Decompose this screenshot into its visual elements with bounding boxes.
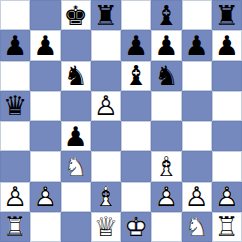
piece-glyph-solid: ♟ (30, 30, 60, 60)
piece-glyph-solid: ♚ (61, 0, 91, 30)
square-f6[interactable]: ♞ (151, 61, 181, 91)
square-c5[interactable] (61, 91, 91, 121)
square-c1[interactable] (61, 212, 91, 242)
square-h3[interactable] (212, 151, 242, 181)
piece-glyph-solid: ♛ (0, 91, 30, 121)
piece-black-knight[interactable]: ♞ (61, 61, 91, 91)
square-g6[interactable] (182, 61, 212, 91)
square-f4[interactable] (151, 121, 181, 151)
piece-glyph-outline: ♕ (91, 212, 121, 242)
square-h8[interactable]: ♜ (212, 0, 242, 30)
square-g7[interactable]: ♟ (182, 30, 212, 60)
square-b2[interactable]: ♟♙ (30, 182, 60, 212)
square-c2[interactable] (61, 182, 91, 212)
piece-glyph-solid: ♝ (151, 0, 181, 30)
piece-glyph-outline: ♗ (151, 151, 181, 181)
piece-black-pawn[interactable]: ♟ (151, 30, 181, 60)
square-h6[interactable] (212, 61, 242, 91)
piece-black-pawn[interactable]: ♟ (182, 30, 212, 60)
piece-black-queen[interactable]: ♛ (0, 91, 30, 121)
piece-glyph-solid: ♞ (151, 61, 181, 91)
square-g5[interactable] (182, 91, 212, 121)
square-d5[interactable]: ♟♙ (91, 91, 121, 121)
square-h2[interactable]: ♟♙ (212, 182, 242, 212)
square-d3[interactable] (91, 151, 121, 181)
piece-white-knight[interactable]: ♞♘ (61, 151, 91, 181)
piece-black-pawn[interactable]: ♟ (30, 30, 60, 60)
square-g2[interactable]: ♟♙ (182, 182, 212, 212)
piece-glyph-solid: ♟ (151, 30, 181, 60)
piece-glyph-outline: ♔ (121, 212, 151, 242)
square-d2[interactable]: ♝♗ (91, 182, 121, 212)
square-e8[interactable] (121, 0, 151, 30)
square-g4[interactable] (182, 121, 212, 151)
piece-black-pawn[interactable]: ♟ (121, 30, 151, 60)
square-b8[interactable] (30, 0, 60, 30)
square-e2[interactable] (121, 182, 151, 212)
square-e5[interactable] (121, 91, 151, 121)
square-h7[interactable]: ♟ (212, 30, 242, 60)
piece-white-queen[interactable]: ♛♕ (91, 212, 121, 242)
piece-white-pawn[interactable]: ♟♙ (212, 182, 242, 212)
square-a2[interactable]: ♟♙ (0, 182, 30, 212)
piece-white-rook[interactable]: ♜♖ (0, 212, 30, 242)
piece-glyph-solid: ♟ (212, 30, 242, 60)
piece-black-king[interactable]: ♚ (61, 0, 91, 30)
square-b4[interactable] (30, 121, 60, 151)
square-c3[interactable]: ♞♘ (61, 151, 91, 181)
square-b6[interactable] (30, 61, 60, 91)
piece-glyph-outline: ♙ (212, 182, 242, 212)
piece-black-bishop[interactable]: ♝ (151, 0, 181, 30)
piece-glyph-outline: ♙ (91, 91, 121, 121)
piece-white-pawn[interactable]: ♟♙ (91, 91, 121, 121)
square-a3[interactable] (0, 151, 30, 181)
square-c8[interactable]: ♚ (61, 0, 91, 30)
piece-glyph-solid: ♝ (121, 61, 151, 91)
piece-white-pawn[interactable]: ♟♙ (30, 182, 60, 212)
piece-glyph-outline: ♙ (30, 182, 60, 212)
piece-glyph-solid: ♜ (91, 0, 121, 30)
piece-glyph-outline: ♙ (151, 182, 181, 212)
piece-glyph-outline: ♙ (182, 182, 212, 212)
square-c4[interactable]: ♟ (61, 121, 91, 151)
piece-glyph-solid: ♟ (61, 121, 91, 151)
piece-black-pawn[interactable]: ♟ (0, 30, 30, 60)
square-a1[interactable]: ♜♖ (0, 212, 30, 242)
piece-white-pawn[interactable]: ♟♙ (0, 182, 30, 212)
square-c6[interactable]: ♞ (61, 61, 91, 91)
square-g1[interactable]: ♞♘ (182, 212, 212, 242)
piece-white-bishop[interactable]: ♝♗ (91, 182, 121, 212)
piece-glyph-solid: ♟ (121, 30, 151, 60)
piece-black-pawn[interactable]: ♟ (212, 30, 242, 60)
square-b7[interactable]: ♟ (30, 30, 60, 60)
square-g8[interactable] (182, 0, 212, 30)
square-f5[interactable] (151, 91, 181, 121)
piece-glyph-outline: ♖ (0, 212, 30, 242)
square-a8[interactable] (0, 0, 30, 30)
piece-white-bishop[interactable]: ♝♗ (151, 151, 181, 181)
square-f3[interactable]: ♝♗ (151, 151, 181, 181)
square-f1[interactable] (151, 212, 181, 242)
square-f7[interactable]: ♟ (151, 30, 181, 60)
square-d4[interactable] (91, 121, 121, 151)
piece-black-rook[interactable]: ♜ (91, 0, 121, 30)
square-b3[interactable] (30, 151, 60, 181)
square-a7[interactable]: ♟ (0, 30, 30, 60)
square-g3[interactable] (182, 151, 212, 181)
square-b1[interactable] (30, 212, 60, 242)
piece-white-rook[interactable]: ♜♖ (212, 212, 242, 242)
piece-black-knight[interactable]: ♞ (151, 61, 181, 91)
square-e1[interactable]: ♚♔ (121, 212, 151, 242)
piece-glyph-outline: ♘ (182, 212, 212, 242)
square-e6[interactable]: ♝ (121, 61, 151, 91)
piece-glyph-solid: ♟ (182, 30, 212, 60)
piece-black-rook[interactable]: ♜ (212, 0, 242, 30)
square-h4[interactable] (212, 121, 242, 151)
piece-white-pawn[interactable]: ♟♙ (182, 182, 212, 212)
piece-glyph-solid: ♞ (61, 61, 91, 91)
square-d1[interactable]: ♛♕ (91, 212, 121, 242)
square-e7[interactable]: ♟ (121, 30, 151, 60)
chess-board: ♚♜♝♜♟♟♟♟♟♟♞♝♞♛♟♙♟♞♘♝♗♟♙♟♙♝♗♟♙♟♙♟♙♜♖♛♕♚♔♞… (0, 0, 242, 242)
square-a6[interactable] (0, 61, 30, 91)
square-b5[interactable] (30, 91, 60, 121)
square-a5[interactable]: ♛ (0, 91, 30, 121)
square-f2[interactable]: ♟♙ (151, 182, 181, 212)
piece-glyph-outline: ♗ (91, 182, 121, 212)
piece-white-knight[interactable]: ♞♘ (182, 212, 212, 242)
piece-glyph-outline: ♘ (61, 151, 91, 181)
piece-glyph-outline: ♙ (0, 182, 30, 212)
square-f8[interactable]: ♝ (151, 0, 181, 30)
piece-glyph-outline: ♖ (212, 212, 242, 242)
piece-glyph-solid: ♜ (212, 0, 242, 30)
square-d6[interactable] (91, 61, 121, 91)
piece-white-pawn[interactable]: ♟♙ (151, 182, 181, 212)
piece-black-bishop[interactable]: ♝ (121, 61, 151, 91)
square-d7[interactable] (91, 30, 121, 60)
square-h1[interactable]: ♜♖ (212, 212, 242, 242)
square-c7[interactable] (61, 30, 91, 60)
square-e3[interactable] (121, 151, 151, 181)
piece-black-pawn[interactable]: ♟ (61, 121, 91, 151)
square-a4[interactable] (0, 121, 30, 151)
square-e4[interactable] (121, 121, 151, 151)
square-d8[interactable]: ♜ (91, 0, 121, 30)
piece-white-king[interactable]: ♚♔ (121, 212, 151, 242)
piece-glyph-solid: ♟ (0, 30, 30, 60)
square-h5[interactable] (212, 91, 242, 121)
